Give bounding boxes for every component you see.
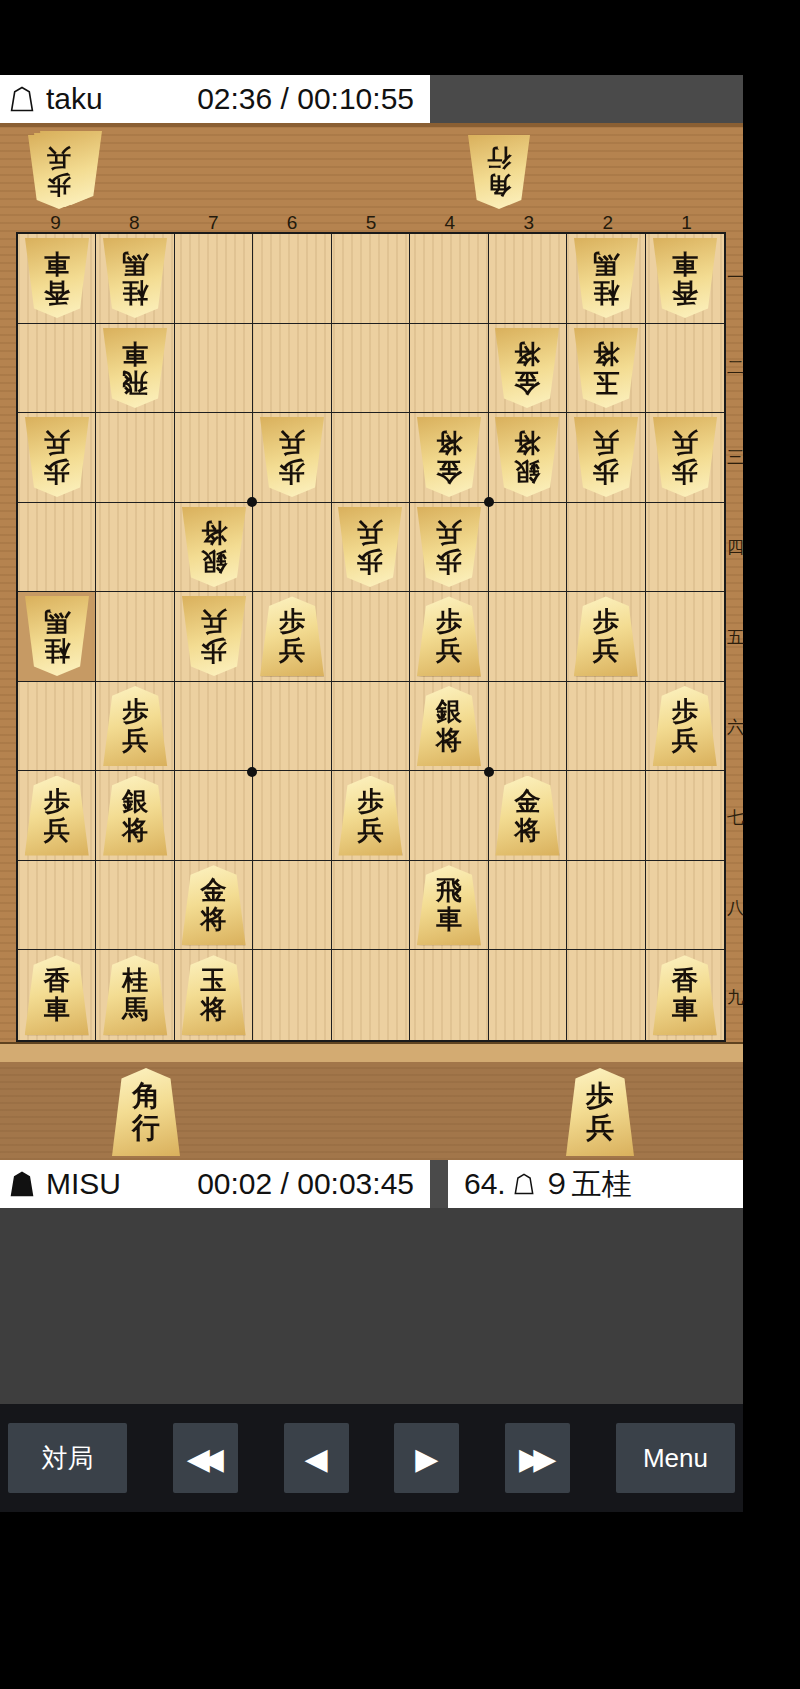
board-cell-2-1[interactable]: 桂馬 — [567, 234, 645, 324]
board-cell-5-2[interactable] — [332, 324, 410, 414]
board-cell-5-8[interactable] — [332, 861, 410, 951]
gote-status-bar: taku 02:36 / 00:10:55 — [0, 75, 743, 123]
hand-piece-layer: 角行 — [468, 135, 530, 209]
board-cell-4-6[interactable]: 銀将 — [410, 682, 488, 772]
shogi-piece-gote: 歩兵 — [574, 417, 638, 497]
rank-label-3: 三 — [728, 412, 743, 502]
board-cell-8-8[interactable] — [96, 861, 174, 951]
shogi-piece-gote: 歩兵 — [260, 417, 324, 497]
board-cell-3-5[interactable] — [489, 592, 567, 682]
shogi-piece-sente: 歩兵 — [417, 596, 481, 676]
fast-rewind-button[interactable]: ◀◀ — [173, 1423, 238, 1493]
board-cell-2-9[interactable] — [567, 950, 645, 1040]
move-text: ９五桂 — [542, 1164, 632, 1205]
board-cell-3-3[interactable]: 銀将 — [489, 413, 567, 503]
board-cell-4-8[interactable]: 飛車 — [410, 861, 488, 951]
top-black-bar — [0, 0, 743, 75]
gote-player-box: taku 02:36 / 00:10:55 — [0, 75, 430, 123]
forward-button[interactable]: ▶ — [394, 1423, 459, 1493]
board-area: 香車桂馬桂馬香車飛車金将玉将歩兵歩兵金将銀将歩兵歩兵銀将歩兵歩兵桂馬歩兵歩兵歩兵… — [0, 232, 743, 1042]
board-cell-6-3[interactable]: 歩兵 — [253, 413, 331, 503]
shogi-piece-gote: 飛車 — [103, 328, 167, 408]
board-cell-8-6[interactable]: 歩兵 — [96, 682, 174, 772]
shogi-piece-sente: 香車 — [25, 955, 89, 1035]
file-label-6: 6 — [253, 213, 332, 232]
board-cell-1-4[interactable] — [646, 503, 724, 593]
shogi-piece-sente: 歩兵 — [260, 596, 324, 676]
shogi-piece-gote: 玉将 — [574, 328, 638, 408]
board-bottom-edge — [0, 1042, 743, 1062]
shogi-piece-gote: 歩兵 — [25, 417, 89, 497]
board-cell-2-7[interactable] — [567, 771, 645, 861]
board-cell-7-2[interactable] — [175, 324, 253, 414]
board-cell-3-2[interactable]: 金将 — [489, 324, 567, 414]
rank-label-1: 一 — [728, 232, 743, 322]
rank-label-2: 二 — [728, 322, 743, 412]
file-labels: 987654321 — [16, 213, 726, 232]
sente-hand-piece-角行-x1[interactable]: 角行 — [112, 1068, 180, 1156]
gote-hand-piece-歩兵-x3[interactable]: 歩兵 — [28, 135, 90, 209]
rank-label-7: 七 — [728, 772, 743, 862]
move-side-icon — [514, 1173, 534, 1195]
board-cell-7-4[interactable]: 銀将 — [175, 503, 253, 593]
rank-labels: 一二三四五六七八九 — [728, 232, 743, 1042]
board-cell-9-9[interactable]: 香車 — [18, 950, 96, 1040]
shogi-piece-gote: 歩兵 — [338, 507, 402, 587]
board: 香車桂馬桂馬香車飛車金将玉将歩兵歩兵金将銀将歩兵歩兵銀将歩兵歩兵桂馬歩兵歩兵歩兵… — [16, 232, 726, 1042]
shogi-piece-sente: 金将 — [495, 776, 559, 856]
shogi-piece-sente: 歩兵 — [338, 776, 402, 856]
board-cell-7-1[interactable] — [175, 234, 253, 324]
board-cell-2-2[interactable]: 玉将 — [567, 324, 645, 414]
shogi-piece-sente: 桂馬 — [103, 955, 167, 1035]
shogi-piece-gote: 金将 — [417, 417, 481, 497]
screen: taku 02:36 / 00:10:55 歩兵角行 987654321 香車桂… — [0, 0, 800, 1689]
gote-player-name: taku — [46, 82, 103, 116]
board-cell-4-5[interactable]: 歩兵 — [410, 592, 488, 682]
board-cell-9-1[interactable]: 香車 — [18, 234, 96, 324]
sente-status-bar: MISU 00:02 / 00:03:45 64. ９五桂 — [0, 1160, 743, 1208]
last-move-display: 64. ９五桂 — [448, 1160, 743, 1208]
shogi-piece-sente: 金将 — [182, 865, 246, 945]
board-cell-6-4[interactable] — [253, 503, 331, 593]
board-cell-6-5[interactable]: 歩兵 — [253, 592, 331, 682]
board-cell-5-1[interactable] — [332, 234, 410, 324]
board-cell-1-7[interactable] — [646, 771, 724, 861]
shogi-piece-sente: 飛車 — [417, 865, 481, 945]
shogi-piece-gote: 歩兵 — [417, 507, 481, 587]
board-cell-9-6[interactable] — [18, 682, 96, 772]
board-cell-6-7[interactable] — [253, 771, 331, 861]
board-cell-4-9[interactable] — [410, 950, 488, 1040]
board-cell-3-4[interactable] — [489, 503, 567, 593]
rank-label-6: 六 — [728, 682, 743, 772]
hoshi-dot — [247, 767, 257, 777]
board-cell-6-9[interactable] — [253, 950, 331, 1040]
board-cell-5-9[interactable] — [332, 950, 410, 1040]
board-cell-8-9[interactable]: 桂馬 — [96, 950, 174, 1040]
shogi-piece-sente: 銀将 — [103, 776, 167, 856]
game-button[interactable]: 対局 — [8, 1423, 127, 1493]
gote-clock: 02:36 / 00:10:55 — [197, 82, 414, 116]
shogi-piece-sente: 歩兵 — [25, 776, 89, 856]
empty-panel — [0, 1208, 743, 1404]
file-label-8: 8 — [95, 213, 174, 232]
board-cell-8-2[interactable]: 飛車 — [96, 324, 174, 414]
file-label-2: 2 — [568, 213, 647, 232]
file-label-1: 1 — [647, 213, 726, 232]
gote-hand-piece-角行-x1[interactable]: 角行 — [468, 135, 530, 209]
board-cell-6-6[interactable] — [253, 682, 331, 772]
rank-label-9: 九 — [728, 952, 743, 1042]
gote-piece-icon — [10, 86, 34, 112]
file-label-4: 4 — [410, 213, 489, 232]
shogi-piece-gote: 香車 — [25, 238, 89, 318]
hoshi-dot — [484, 497, 494, 507]
board-cell-9-2[interactable] — [18, 324, 96, 414]
board-cell-4-3[interactable]: 金将 — [410, 413, 488, 503]
board-cell-5-6[interactable] — [332, 682, 410, 772]
sente-player-box: MISU 00:02 / 00:03:45 — [0, 1160, 430, 1208]
hand-piece-layer: 角行 — [112, 1068, 180, 1156]
board-cell-7-8[interactable]: 金将 — [175, 861, 253, 951]
shogi-piece-gote: 桂馬 — [103, 238, 167, 318]
board-cell-1-2[interactable] — [646, 324, 724, 414]
shogi-piece-gote: 桂馬 — [25, 596, 89, 676]
shogi-app: taku 02:36 / 00:10:55 歩兵角行 987654321 香車桂… — [0, 0, 743, 1689]
board-cell-3-7[interactable]: 金将 — [489, 771, 567, 861]
board-cell-5-4[interactable]: 歩兵 — [332, 503, 410, 593]
board-cell-4-4[interactable]: 歩兵 — [410, 503, 488, 593]
board-wood-area: 歩兵角行 987654321 香車桂馬桂馬香車飛車金将玉将歩兵歩兵金将銀将歩兵歩… — [0, 123, 743, 1160]
shogi-piece-sente: 歩兵 — [103, 686, 167, 766]
board-cell-8-5[interactable] — [96, 592, 174, 682]
rank-label-8: 八 — [728, 862, 743, 952]
back-button[interactable]: ◀ — [284, 1423, 349, 1493]
gote-hand-tray: 歩兵角行 — [0, 123, 743, 213]
shogi-piece-gote: 歩兵 — [182, 596, 246, 676]
board-cell-6-1[interactable] — [253, 234, 331, 324]
sente-hand-piece-歩兵-x1[interactable]: 歩兵 — [566, 1068, 634, 1156]
board-cell-9-7[interactable]: 歩兵 — [18, 771, 96, 861]
board-cell-9-8[interactable] — [18, 861, 96, 951]
board-cell-3-1[interactable] — [489, 234, 567, 324]
board-cell-7-7[interactable] — [175, 771, 253, 861]
hand-piece-layer: 歩兵 — [28, 135, 90, 209]
sente-piece-icon — [10, 1171, 34, 1197]
status-bar-filler — [430, 75, 743, 123]
shogi-piece-sente: 銀将 — [417, 686, 481, 766]
board-cell-2-8[interactable] — [567, 861, 645, 951]
move-number: 64. — [464, 1167, 506, 1201]
hoshi-dot — [484, 767, 494, 777]
board-cell-3-6[interactable] — [489, 682, 567, 772]
sente-player-name: MISU — [46, 1167, 121, 1201]
hand-piece-layer: 歩兵 — [566, 1068, 634, 1156]
sente-hand-tray: 角行歩兵 — [0, 1062, 743, 1160]
board-cell-1-9[interactable]: 香車 — [646, 950, 724, 1040]
rank-label-4: 四 — [728, 502, 743, 592]
board-cell-2-3[interactable]: 歩兵 — [567, 413, 645, 503]
fast-forward-button[interactable]: ▶▶ — [505, 1423, 570, 1493]
file-label-9: 9 — [16, 213, 95, 232]
board-cell-5-5[interactable] — [332, 592, 410, 682]
menu-button[interactable]: Menu — [616, 1423, 735, 1493]
board-cell-6-8[interactable] — [253, 861, 331, 951]
board-cell-9-4[interactable] — [18, 503, 96, 593]
board-cell-3-9[interactable] — [489, 950, 567, 1040]
bottom-black-bar — [0, 1512, 743, 1689]
board-cell-1-5[interactable] — [646, 592, 724, 682]
shogi-piece-sente: 玉将 — [182, 955, 246, 1035]
shogi-piece-sente: 歩兵 — [653, 686, 717, 766]
board-cell-4-1[interactable] — [410, 234, 488, 324]
shogi-piece-gote: 銀将 — [182, 507, 246, 587]
sente-clock: 00:02 / 00:03:45 — [197, 1167, 414, 1201]
shogi-piece-gote: 金将 — [495, 328, 559, 408]
board-cell-8-7[interactable]: 銀将 — [96, 771, 174, 861]
board-cell-2-6[interactable] — [567, 682, 645, 772]
board-cell-7-3[interactable] — [175, 413, 253, 503]
shogi-piece-gote: 桂馬 — [574, 238, 638, 318]
shogi-piece-gote: 歩兵 — [653, 417, 717, 497]
board-cell-8-4[interactable] — [96, 503, 174, 593]
shogi-piece-sente: 歩兵 — [574, 596, 638, 676]
board-cell-7-9[interactable]: 玉将 — [175, 950, 253, 1040]
hoshi-dot — [247, 497, 257, 507]
file-label-3: 3 — [489, 213, 568, 232]
board-cell-6-2[interactable] — [253, 324, 331, 414]
board-cell-1-6[interactable]: 歩兵 — [646, 682, 724, 772]
board-cell-5-3[interactable] — [332, 413, 410, 503]
shogi-piece-gote: 香車 — [653, 238, 717, 318]
board-cell-4-7[interactable] — [410, 771, 488, 861]
board-cell-1-8[interactable] — [646, 861, 724, 951]
board-cell-1-3[interactable]: 歩兵 — [646, 413, 724, 503]
board-cell-4-2[interactable] — [410, 324, 488, 414]
board-cell-9-5[interactable]: 桂馬 — [18, 592, 96, 682]
rank-label-5: 五 — [728, 592, 743, 682]
board-cell-8-3[interactable] — [96, 413, 174, 503]
board-cell-7-6[interactable] — [175, 682, 253, 772]
navigation-bar: 対局 ◀◀ ◀ ▶ ▶▶ Menu — [0, 1404, 743, 1512]
board-cell-5-7[interactable]: 歩兵 — [332, 771, 410, 861]
board-cell-9-3[interactable]: 歩兵 — [18, 413, 96, 503]
file-label-7: 7 — [174, 213, 253, 232]
board-cell-3-8[interactable] — [489, 861, 567, 951]
board-cell-1-1[interactable]: 香車 — [646, 234, 724, 324]
file-label-5: 5 — [332, 213, 411, 232]
board-cell-7-5[interactable]: 歩兵 — [175, 592, 253, 682]
shogi-piece-gote: 銀将 — [495, 417, 559, 497]
board-cell-2-4[interactable] — [567, 503, 645, 593]
board-cell-2-5[interactable]: 歩兵 — [567, 592, 645, 682]
shogi-piece-sente: 香車 — [653, 955, 717, 1035]
board-cell-8-1[interactable]: 桂馬 — [96, 234, 174, 324]
